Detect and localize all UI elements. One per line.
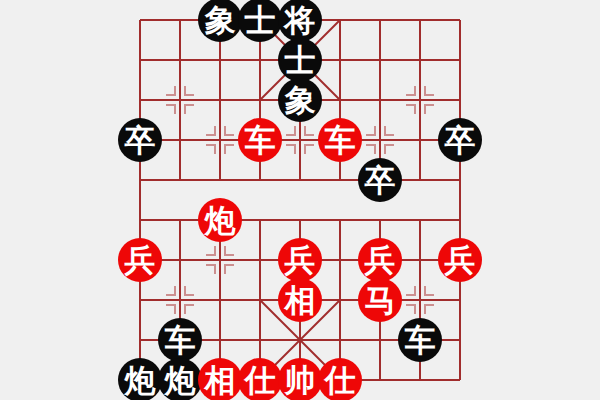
position-marker: [225, 145, 234, 154]
position-marker: [406, 105, 415, 114]
position-marker: [206, 265, 215, 274]
position-marker: [166, 286, 175, 295]
position-marker: [225, 126, 234, 135]
position-marker: [425, 105, 434, 114]
position-marker: [185, 286, 194, 295]
piece-red-horse[interactable]: 马: [358, 278, 402, 322]
piece-black-general[interactable]: 将: [278, 0, 322, 42]
position-marker: [406, 305, 415, 314]
position-marker: [305, 145, 314, 154]
piece-red-chariot[interactable]: 车: [238, 118, 282, 162]
position-marker: [185, 305, 194, 314]
piece-red-elephant[interactable]: 相: [278, 278, 322, 322]
position-marker: [225, 265, 234, 274]
position-marker: [166, 86, 175, 95]
position-marker: [206, 145, 215, 154]
piece-red-advisor[interactable]: 仕: [238, 358, 282, 400]
position-marker: [385, 126, 394, 135]
piece-black-soldier[interactable]: 卒: [358, 158, 402, 202]
position-marker: [425, 86, 434, 95]
position-marker: [185, 86, 194, 95]
xiangqi-board: 象士将士象卒车车卒卒炮兵兵兵兵相马车车炮炮相仕帅仕: [0, 0, 600, 400]
piece-black-advisor[interactable]: 士: [238, 0, 282, 42]
position-marker: [166, 105, 175, 114]
position-marker: [425, 286, 434, 295]
position-marker: [406, 86, 415, 95]
position-marker: [425, 305, 434, 314]
position-marker: [385, 145, 394, 154]
piece-red-soldier[interactable]: 兵: [278, 238, 322, 282]
piece-red-soldier[interactable]: 兵: [438, 238, 482, 282]
piece-black-soldier[interactable]: 卒: [118, 118, 162, 162]
piece-red-chariot[interactable]: 车: [318, 118, 362, 162]
piece-red-cannon[interactable]: 炮: [198, 198, 242, 242]
position-marker: [305, 126, 314, 135]
position-marker: [185, 105, 194, 114]
piece-black-elephant[interactable]: 象: [198, 0, 242, 42]
position-marker: [166, 305, 175, 314]
piece-red-soldier[interactable]: 兵: [358, 238, 402, 282]
piece-black-elephant[interactable]: 象: [278, 78, 322, 122]
position-marker: [366, 126, 375, 135]
position-marker: [286, 145, 295, 154]
piece-black-cannon[interactable]: 炮: [158, 358, 202, 400]
position-marker: [366, 145, 375, 154]
piece-black-soldier[interactable]: 卒: [438, 118, 482, 162]
piece-red-general[interactable]: 帅: [278, 358, 322, 400]
piece-black-advisor[interactable]: 士: [278, 38, 322, 82]
piece-red-elephant[interactable]: 相: [198, 358, 242, 400]
piece-black-cannon[interactable]: 炮: [118, 358, 162, 400]
position-marker: [206, 126, 215, 135]
piece-black-chariot[interactable]: 车: [398, 318, 442, 362]
piece-red-soldier[interactable]: 兵: [118, 238, 162, 282]
position-marker: [286, 126, 295, 135]
piece-red-advisor[interactable]: 仕: [318, 358, 362, 400]
position-marker: [406, 286, 415, 295]
xiangqi-screenshot: 象士将士象卒车车卒卒炮兵兵兵兵相马车车炮炮相仕帅仕: [0, 0, 600, 400]
position-marker: [206, 246, 215, 255]
piece-black-chariot[interactable]: 车: [158, 318, 202, 362]
position-marker: [225, 246, 234, 255]
